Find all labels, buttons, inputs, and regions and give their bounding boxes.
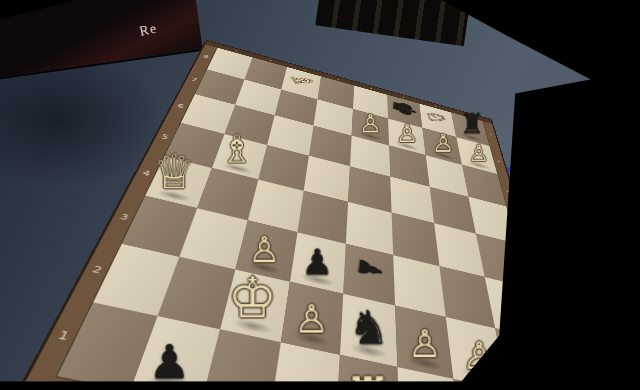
piece-white-bishop-b5[interactable]: ♗ xyxy=(220,130,254,168)
box-brand-text: Re xyxy=(138,21,159,40)
piece-white-pawn-d2[interactable]: ♙ xyxy=(294,300,329,339)
square-d5[interactable] xyxy=(304,156,350,202)
square-d2[interactable]: ♙ xyxy=(281,282,343,355)
piece-white-pawn-c3[interactable]: ♙ xyxy=(248,232,280,268)
piece-black-rook-h8[interactable]: ♜ xyxy=(460,110,485,138)
piece-black-knight-e2[interactable]: ♞ xyxy=(348,305,390,351)
piece-white-king-c2[interactable]: ♔ xyxy=(228,271,278,327)
piece-white-pawn-f7[interactable]: ♙ xyxy=(396,121,418,146)
piece-white-pawn-g7[interactable]: ♙ xyxy=(432,131,454,156)
piece-white-pawn-h7[interactable]: ♙ xyxy=(468,142,489,165)
piece-black-pawn-b1[interactable]: ♟ xyxy=(149,339,191,386)
piece-white-pawn-f2[interactable]: ♙ xyxy=(408,325,442,363)
piece-white-bishop-c8[interactable]: ♗ xyxy=(285,74,320,87)
square-d3[interactable]: ♟ xyxy=(290,232,346,294)
photo-scene: Re &P ntle ♟♞♝♟ 87654321 abcdefgh ♗♚♘♜♙♙… xyxy=(0,0,640,390)
piece-black-pawn-e3[interactable]: ♟ xyxy=(353,255,385,283)
piece-white-queen-a4[interactable]: ♕ xyxy=(153,149,195,196)
piece-white-knight-g8[interactable]: ♘ xyxy=(423,109,452,126)
piece-white-pawn-e7[interactable]: ♙ xyxy=(359,111,382,136)
piece-black-pawn-d3[interactable]: ♟ xyxy=(302,245,334,280)
